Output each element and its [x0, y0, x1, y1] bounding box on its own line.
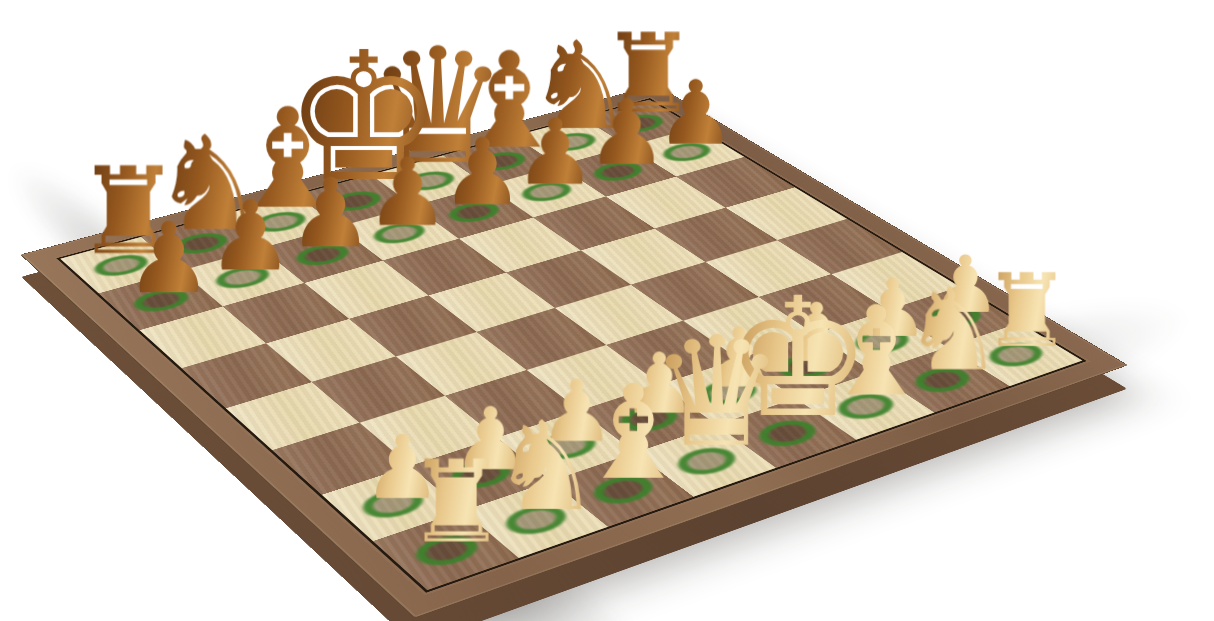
board-squares: ♜♞♝♚♛♝♞♜♟♟♟♟♟♟♟♟♟♟♟♟♟♟♟♟♜♞♝♛♚♝♞♜	[60, 100, 1082, 590]
piece-black-p-h7: ♟	[656, 69, 736, 158]
scene: ♜♞♝♚♛♝♞♜♟♟♟♟♟♟♟♟♟♟♟♟♟♟♟♟♜♞♝♛♚♝♞♜	[0, 0, 1214, 621]
piece-white-r-a1: ♜	[406, 446, 508, 559]
piece-black-p-e7: ♟	[441, 126, 524, 218]
piece-black-p-b7: ♟	[207, 187, 294, 284]
product-photo: ♜♞♝♚♛♝♞♜♟♟♟♟♟♟♟♟♟♟♟♟♟♟♟♟♜♞♝♛♚♝♞♜	[0, 0, 1214, 621]
piece-white-n-b1: ♞	[491, 405, 601, 528]
piece-black-p-f7: ♟	[515, 106, 597, 197]
chess-board: ♜♞♝♚♛♝♞♜♟♟♟♟♟♟♟♟♟♟♟♟♟♟♟♟♜♞♝♛♚♝♞♜	[20, 85, 1128, 619]
piece-black-p-g7: ♟	[586, 87, 667, 177]
piece-black-p-a7: ♟	[125, 209, 213, 307]
piece-black-p-c7: ♟	[288, 166, 373, 261]
piece-black-p-d7: ♟	[365, 146, 449, 240]
